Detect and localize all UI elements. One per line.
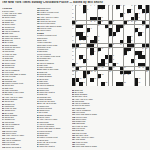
cell-number: 55	[135, 32, 136, 33]
cell-number: 102	[105, 63, 107, 64]
cell-number: 84	[94, 51, 95, 52]
cell-number: 38	[131, 21, 132, 22]
cell-number: 81	[142, 48, 143, 49]
cell-number: 54	[116, 32, 117, 33]
cell-number: 34	[94, 21, 95, 22]
cell-number: 70	[79, 44, 80, 45]
cell-number: 117	[109, 71, 111, 72]
cell-number: 82	[146, 48, 147, 49]
cell-number: 53	[87, 32, 88, 33]
cell-number: 74	[135, 44, 136, 45]
cell-number: 52	[83, 32, 84, 33]
cell-number: 94	[72, 59, 73, 60]
cell-number: 87	[142, 51, 143, 52]
cell-number: 47	[90, 28, 91, 29]
cell-number: 125	[127, 74, 129, 75]
cell-number: 26	[142, 13, 143, 14]
cell-number: 116	[94, 71, 96, 72]
cell-number: 91	[113, 55, 114, 56]
cell-number: 59	[87, 36, 88, 37]
cell-number: 10	[120, 5, 121, 6]
cell-number: 69	[131, 40, 132, 41]
cell-number: 44	[124, 25, 125, 26]
cell-number: 43	[109, 25, 110, 26]
cell-number: 45	[142, 25, 143, 26]
clue-column-2: 118 Chess piece120 Sushi fish121 Festive…	[37, 7, 68, 149]
cell-number: 132	[105, 82, 107, 83]
cell-number: 66	[79, 40, 80, 41]
cell-number: 31	[138, 17, 139, 18]
cell-number: 24	[127, 13, 128, 14]
cell-number: 61	[109, 36, 110, 37]
clue-item: 129 Prefix with gram or graph	[72, 145, 105, 146]
cell-number: 57	[72, 36, 73, 37]
cell-number: 112	[142, 67, 144, 68]
cell-number: 64	[138, 36, 139, 37]
crossword-grid: 1234567891011121314151617181920212223242…	[72, 5, 150, 86]
cell-number: 128	[94, 78, 96, 79]
cell-number: 120	[72, 74, 74, 75]
cell-number: 7	[105, 5, 106, 6]
crossword-page: The New York Times Sunday Crossword Puzz…	[0, 0, 150, 150]
cell-number: 50	[138, 28, 139, 29]
cell-number: 107	[98, 67, 100, 68]
cell-number: 133	[124, 82, 126, 83]
cell-number: 9	[113, 5, 114, 6]
cell-number: 11	[124, 5, 125, 6]
cell-number: 29	[102, 17, 103, 18]
cell-number: 28	[72, 17, 73, 18]
cell-number: 127	[83, 78, 85, 79]
cell-number: 131	[83, 82, 85, 83]
cell-number: 86	[127, 51, 128, 52]
cell-number: 129	[98, 78, 100, 79]
clue-item: 81 Where the heart is	[37, 145, 68, 147]
cell-number: 51	[146, 28, 147, 29]
cell-number: 124	[124, 74, 126, 75]
cell-number: 110	[124, 67, 126, 68]
cell-number: 40	[72, 25, 73, 26]
cell-number: 92	[124, 55, 125, 56]
cell-number: 122	[102, 74, 104, 75]
cell-number: 63	[131, 36, 132, 37]
cell-number: 21	[72, 13, 73, 14]
cell-number: 79	[109, 48, 110, 49]
cell-number: 25	[138, 13, 139, 14]
cell-number: 106	[79, 67, 81, 68]
cell-number: 96	[87, 59, 88, 60]
cell-number: 62	[113, 36, 114, 37]
cell-number: 98	[113, 59, 114, 60]
cell-number: 99	[135, 59, 136, 60]
cell-number: 108	[102, 67, 104, 68]
cell-number: 83	[72, 51, 73, 52]
clue-column-3: 82 Soap unit85 Be in debt86 Small songbi…	[72, 89, 105, 147]
cell-number: 39	[135, 21, 136, 22]
cell-number: 76	[76, 48, 77, 49]
cell-number: 100	[76, 63, 78, 64]
cell-number: 111	[138, 67, 140, 68]
cell-number: 118	[131, 71, 133, 72]
cell-number: 88	[72, 55, 73, 56]
cell-number: 126	[79, 78, 81, 79]
cell-number: 95	[79, 59, 80, 60]
cell-number: 4	[87, 5, 88, 6]
cell-number: 14	[72, 9, 73, 10]
clue-item: 115 Where the heart is	[2, 146, 33, 148]
cell-number: 104	[131, 63, 133, 64]
cell-number: 65	[72, 40, 73, 41]
cell-number: 3	[79, 5, 80, 6]
cell-number: 22	[83, 13, 84, 14]
cell-number: 17	[102, 9, 103, 10]
cell-number: 19	[131, 9, 132, 10]
cell-number: 77	[87, 48, 88, 49]
cell-number: 5	[90, 5, 91, 6]
cell-number: 121	[87, 74, 89, 75]
cell-number: 20	[138, 9, 139, 10]
cell-number: 85	[98, 51, 99, 52]
cell-number: 12	[131, 5, 132, 6]
cell-number: 41	[83, 25, 84, 26]
cell-number: 46	[72, 28, 73, 29]
cell-number: 71	[94, 44, 95, 45]
cell-number: 8	[109, 5, 110, 6]
cell-number: 97	[105, 59, 106, 60]
cell-number: 49	[120, 28, 121, 29]
cell-number: 33	[90, 21, 91, 22]
cell-number: 56	[142, 32, 143, 33]
cell-number: 16	[98, 9, 99, 10]
cell-number: 1	[72, 5, 73, 6]
cell-number: 72	[113, 44, 114, 45]
grid-cell	[146, 82, 149, 86]
cell-number: 103	[116, 63, 118, 64]
clue-column-1: ACROSS1 Greek vowel4 Actor Alda of TV fa…	[2, 7, 33, 149]
cell-number: 35	[102, 21, 103, 22]
cell-number: 90	[90, 55, 91, 56]
cell-number: 68	[98, 40, 99, 41]
cell-number: 105	[72, 67, 74, 68]
cell-number: 42	[98, 25, 99, 26]
cell-number: 114	[76, 71, 78, 72]
cell-number: 18	[116, 9, 117, 10]
cell-number: 78	[102, 48, 103, 49]
cell-number: 15	[87, 9, 88, 10]
cell-number: 13	[135, 5, 136, 6]
cell-number: 73	[120, 44, 121, 45]
cell-number: 30	[120, 17, 121, 18]
cell-number: 6	[94, 5, 95, 6]
cell-number: 109	[113, 67, 115, 68]
cell-number: 36	[113, 21, 114, 22]
cell-number: 101	[83, 63, 85, 64]
cell-number: 113	[72, 71, 74, 72]
page-title: The New York Times Sunday Crossword Puzz…	[2, 1, 149, 4]
cell-number: 32	[76, 21, 77, 22]
cell-number: 75	[72, 48, 73, 49]
cell-number: 130	[138, 78, 140, 79]
cell-number: 134	[138, 82, 140, 83]
cell-number: 37	[127, 21, 128, 22]
cell-number: 60	[98, 36, 99, 37]
cell-number: 89	[83, 55, 84, 56]
cell-number: 27	[146, 13, 147, 14]
cell-number: 67	[83, 40, 84, 41]
clue-column-4	[108, 89, 144, 135]
cell-number: 80	[131, 48, 132, 49]
cell-number: 119	[146, 71, 148, 72]
cell-number: 115	[90, 71, 92, 72]
cell-number: 23	[124, 13, 125, 14]
cell-number: 123	[120, 74, 122, 75]
cell-number: 2	[76, 5, 77, 6]
cell-number: 48	[105, 28, 106, 29]
cell-number: 58	[76, 36, 77, 37]
cell-number: 93	[135, 55, 136, 56]
